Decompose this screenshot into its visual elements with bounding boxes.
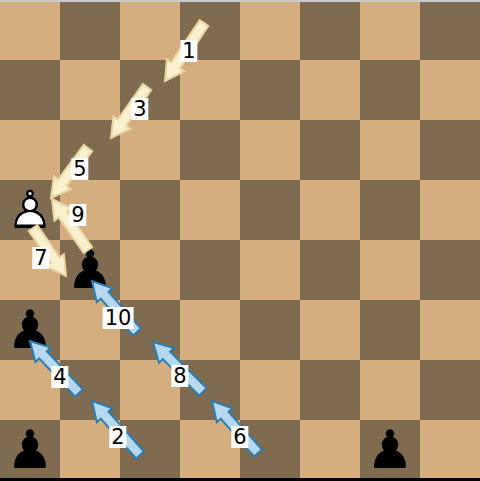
square-e3[interactable] bbox=[240, 300, 300, 360]
square-g8[interactable] bbox=[360, 0, 420, 60]
square-c7[interactable] bbox=[120, 60, 180, 120]
square-g2[interactable] bbox=[360, 360, 420, 420]
square-e6[interactable] bbox=[240, 120, 300, 180]
square-h2[interactable] bbox=[420, 360, 480, 420]
square-e8[interactable] bbox=[240, 0, 300, 60]
square-c1[interactable] bbox=[120, 420, 180, 480]
square-f4[interactable] bbox=[300, 240, 360, 300]
square-a4[interactable] bbox=[0, 240, 60, 300]
square-b6[interactable] bbox=[60, 120, 120, 180]
square-h6[interactable] bbox=[420, 120, 480, 180]
square-f5[interactable] bbox=[300, 180, 360, 240]
square-d3[interactable] bbox=[180, 300, 240, 360]
black-pawn-icon: ♟ bbox=[0, 420, 60, 480]
square-c4[interactable] bbox=[120, 240, 180, 300]
square-f6[interactable] bbox=[300, 120, 360, 180]
square-b7[interactable] bbox=[60, 60, 120, 120]
square-d6[interactable] bbox=[180, 120, 240, 180]
square-h5[interactable] bbox=[420, 180, 480, 240]
square-d1[interactable] bbox=[180, 420, 240, 480]
square-e5[interactable] bbox=[240, 180, 300, 240]
black-pawn-g1[interactable]: ♟ bbox=[360, 420, 420, 480]
square-e2[interactable] bbox=[240, 360, 300, 420]
white-pawn-outline-icon: ♙ bbox=[0, 180, 60, 240]
square-h1[interactable] bbox=[420, 420, 480, 480]
square-f7[interactable] bbox=[300, 60, 360, 120]
square-f2[interactable] bbox=[300, 360, 360, 420]
black-pawn-icon: ♟ bbox=[60, 240, 120, 300]
white-pawn-a5[interactable]: ♟♙ bbox=[0, 180, 60, 240]
fox-and-hounds-board-diagram: ♟♙♟♟♟♟ 13579246810 bbox=[0, 0, 480, 481]
square-g4[interactable] bbox=[360, 240, 420, 300]
square-d5[interactable] bbox=[180, 180, 240, 240]
square-h8[interactable] bbox=[420, 0, 480, 60]
square-d4[interactable] bbox=[180, 240, 240, 300]
square-c2[interactable] bbox=[120, 360, 180, 420]
black-pawn-b4[interactable]: ♟ bbox=[60, 240, 120, 300]
square-c3[interactable] bbox=[120, 300, 180, 360]
square-e4[interactable] bbox=[240, 240, 300, 300]
square-g5[interactable] bbox=[360, 180, 420, 240]
square-e1[interactable] bbox=[240, 420, 300, 480]
square-a6[interactable] bbox=[0, 120, 60, 180]
square-e7[interactable] bbox=[240, 60, 300, 120]
top-edge-line bbox=[0, 0, 480, 2]
square-a8[interactable] bbox=[0, 0, 60, 60]
square-b1[interactable] bbox=[60, 420, 120, 480]
square-c6[interactable] bbox=[120, 120, 180, 180]
square-a7[interactable] bbox=[0, 60, 60, 120]
square-g3[interactable] bbox=[360, 300, 420, 360]
square-b2[interactable] bbox=[60, 360, 120, 420]
black-pawn-a1[interactable]: ♟ bbox=[0, 420, 60, 480]
square-d7[interactable] bbox=[180, 60, 240, 120]
black-pawn-a3[interactable]: ♟ bbox=[0, 300, 60, 360]
square-a2[interactable] bbox=[0, 360, 60, 420]
square-h4[interactable] bbox=[420, 240, 480, 300]
square-b3[interactable] bbox=[60, 300, 120, 360]
black-pawn-icon: ♟ bbox=[0, 300, 60, 360]
square-h3[interactable] bbox=[420, 300, 480, 360]
square-b5[interactable] bbox=[60, 180, 120, 240]
square-g6[interactable] bbox=[360, 120, 420, 180]
square-g7[interactable] bbox=[360, 60, 420, 120]
square-f8[interactable] bbox=[300, 0, 360, 60]
square-f3[interactable] bbox=[300, 300, 360, 360]
square-b8[interactable] bbox=[60, 0, 120, 60]
square-d8[interactable] bbox=[180, 0, 240, 60]
square-c8[interactable] bbox=[120, 0, 180, 60]
black-pawn-icon: ♟ bbox=[360, 420, 420, 480]
square-f1[interactable] bbox=[300, 420, 360, 480]
square-d2[interactable] bbox=[180, 360, 240, 420]
square-c5[interactable] bbox=[120, 180, 180, 240]
square-h7[interactable] bbox=[420, 60, 480, 120]
